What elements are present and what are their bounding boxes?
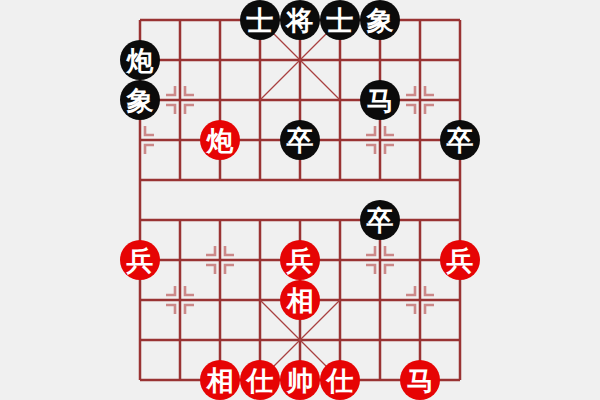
piece-red-general[interactable]: 帅 — [280, 360, 320, 400]
piece-red-advisor-1[interactable]: 仕 — [240, 360, 280, 400]
piece-red-cannon[interactable]: 炮 — [200, 120, 240, 160]
piece-red-elephant-2[interactable]: 相 — [200, 360, 240, 400]
piece-red-pawn-2[interactable]: 兵 — [280, 240, 320, 280]
piece-black-advisor-2[interactable]: 士 — [320, 0, 360, 40]
piece-red-horse[interactable]: 马 — [400, 360, 440, 400]
piece-black-elephant-1[interactable]: 象 — [360, 0, 400, 40]
piece-red-pawn-1[interactable]: 兵 — [120, 240, 160, 280]
piece-black-pawn-1[interactable]: 卒 — [280, 120, 320, 160]
piece-black-advisor-1[interactable]: 士 — [240, 0, 280, 40]
piece-black-pawn-2[interactable]: 卒 — [440, 120, 480, 160]
piece-black-cannon[interactable]: 炮 — [120, 40, 160, 80]
piece-red-advisor-2[interactable]: 仕 — [320, 360, 360, 400]
piece-black-elephant-2[interactable]: 象 — [120, 80, 160, 120]
board-grid — [0, 0, 600, 400]
piece-black-pawn-3[interactable]: 卒 — [360, 200, 400, 240]
xiangqi-board[interactable]: 士将士象炮象马卒卒卒炮兵兵兵相相仕帅仕马 — [0, 0, 600, 400]
piece-black-horse[interactable]: 马 — [360, 80, 400, 120]
piece-red-pawn-3[interactable]: 兵 — [440, 240, 480, 280]
piece-black-general[interactable]: 将 — [280, 0, 320, 40]
piece-red-elephant-1[interactable]: 相 — [280, 280, 320, 320]
